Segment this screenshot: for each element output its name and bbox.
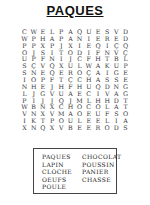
word-search-grid: CWELPAQUESVDWPHAPANIEREDPPXPJXIEQIÇQOJSI… [0,29,150,132]
grid-cell-r15c1: X [20,125,29,132]
word-list-item-paques: PAQUES [42,153,82,161]
grid-cell-r15c8: E [84,125,93,132]
grid-cell-r15c4: X [47,125,56,132]
grid-cell-r15c7: E [75,125,84,132]
word-list-column-1: PAQUESLAPINCLOCHEOEUFSPOULE [42,153,82,193]
word-list-item-poule: POULE [42,183,82,191]
word-list-item-chasse: CHASSE [82,176,116,184]
grid-cell-r15c12: S [121,125,130,132]
word-list-item-chocolat: CHOCOLAT [82,153,116,161]
word-list-item-oeufs: OEUFS [42,176,82,184]
word-list-item-lapin: LAPIN [42,161,82,169]
word-list-box: PAQUESLAPINCLOCHEOEUFSPOULE CHOCOLATPOUS… [33,148,117,194]
word-list-item-cloche: CLOCHE [42,168,82,176]
grid-cell-r15c10: O [103,125,112,132]
word-list-column-2: CHOCOLATPOUSSINPANIERCHASSE [82,153,116,193]
grid-cell-r15c11: D [112,125,121,132]
grid-cell-r15c5: V [57,125,66,132]
word-search-worksheet: PAQUES CWELPAQUESVDWPHAPANIEREDPPXPJXIEQ… [0,0,150,205]
word-list-item-panier: PANIER [82,168,116,176]
grid-cell-r15c9: R [93,125,102,132]
puzzle-title: PAQUES [0,3,150,18]
grid-cell-r15c3: Q [38,125,47,132]
grid-cell-r15c6: B [66,125,75,132]
grid-cell-r15c2: N [29,125,38,132]
word-list-item-poussin: POUSSIN [82,161,116,169]
